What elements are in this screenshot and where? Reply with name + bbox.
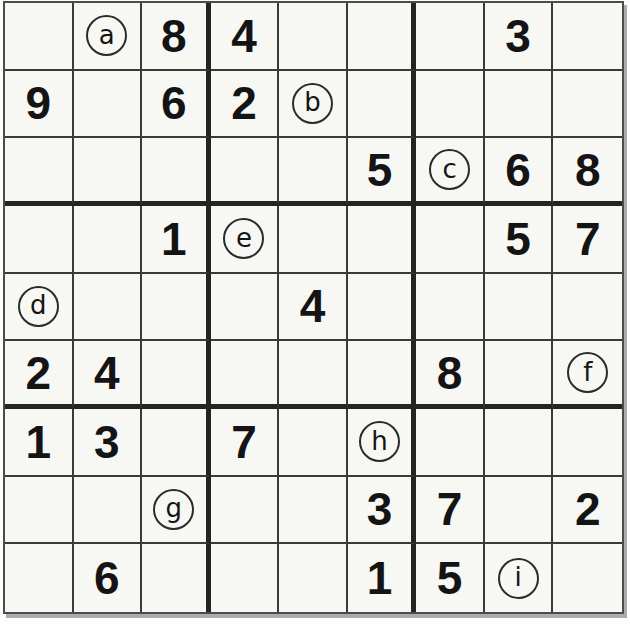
cell-r3c9[interactable]: 8 [553,138,622,206]
cell-r6c7[interactable]: 8 [416,341,485,409]
cell-r3c3[interactable] [142,138,211,206]
cell-r9c9[interactable] [553,544,622,612]
cell-r4c4[interactable]: e [211,206,280,274]
cell-r1c2[interactable]: a [74,3,143,71]
given-digit: 5 [437,555,463,601]
cell-r5c6[interactable] [348,274,417,342]
cell-r5c8[interactable] [485,274,554,342]
cell-r4c2[interactable] [74,206,143,274]
cell-r3c6[interactable]: 5 [348,138,417,206]
given-digit: 4 [300,283,326,329]
cell-r4c1[interactable] [5,206,74,274]
given-digit: 4 [231,13,257,59]
cell-r2c8[interactable] [485,71,554,139]
given-digit: 7 [231,419,257,465]
given-digit: 1 [161,216,187,262]
given-digit: 2 [231,80,257,126]
cell-r3c2[interactable] [74,138,143,206]
cell-r2c7[interactable] [416,71,485,139]
cell-r6c4[interactable] [211,341,280,409]
cell-r2c2[interactable] [74,71,143,139]
circle-letter: b [304,89,321,115]
cell-r5c3[interactable] [142,274,211,342]
given-digit: 5 [505,216,531,262]
cell-r6c5[interactable] [279,341,348,409]
cell-r4c8[interactable]: 5 [485,206,554,274]
given-digit: 1 [367,555,393,601]
cell-r9c3[interactable] [142,544,211,612]
given-digit: 2 [575,486,601,532]
given-digit: 5 [367,147,393,193]
cell-r8c4[interactable] [211,477,280,545]
cell-r8c3[interactable]: g [142,477,211,545]
cell-r6c1[interactable]: 2 [5,341,74,409]
cell-r5c7[interactable] [416,274,485,342]
circle-letter: h [371,428,387,454]
given-digit: 3 [505,13,531,59]
cell-r9c5[interactable] [279,544,348,612]
circle-letter: i [515,564,522,590]
cell-r8c1[interactable] [5,477,74,545]
given-digit: 7 [575,216,601,262]
cell-r5c2[interactable] [74,274,143,342]
cell-r3c8[interactable]: 6 [485,138,554,206]
cell-r1c7[interactable] [416,3,485,71]
given-digit: 8 [161,13,187,59]
cell-r8c8[interactable] [485,477,554,545]
cell-r3c5[interactable] [279,138,348,206]
cell-r5c4[interactable] [211,274,280,342]
cell-r4c9[interactable]: 7 [553,206,622,274]
cell-r4c5[interactable] [279,206,348,274]
cell-r8c2[interactable] [74,477,143,545]
cell-r9c2[interactable]: 6 [74,544,143,612]
cell-r6c2[interactable]: 4 [74,341,143,409]
cell-r4c3[interactable]: 1 [142,206,211,274]
cell-r3c4[interactable] [211,138,280,206]
cell-r1c5[interactable] [279,3,348,71]
cell-r7c8[interactable] [485,409,554,477]
circle-letter: e [236,225,252,251]
cell-r7c9[interactable] [553,409,622,477]
given-digit: 6 [505,147,531,193]
given-digit: 3 [367,486,393,532]
circle-letter: g [166,495,183,521]
circle-label-f: f [567,352,608,393]
cell-r7c5[interactable] [279,409,348,477]
cell-r7c3[interactable] [142,409,211,477]
cell-r2c3[interactable]: 6 [142,71,211,139]
cell-r1c4[interactable]: 4 [211,3,280,71]
cell-r6c6[interactable] [348,341,417,409]
circle-letter: a [99,22,115,48]
cell-r2c4[interactable]: 2 [211,71,280,139]
cell-r1c9[interactable] [553,3,622,71]
circle-label-d: d [18,286,59,327]
circle-letter: d [30,292,47,318]
cell-r1c1[interactable] [5,3,74,71]
cell-r7c2[interactable]: 3 [74,409,143,477]
cell-r6c9[interactable]: f [553,341,622,409]
cell-r1c8[interactable]: 3 [485,3,554,71]
cell-r2c1[interactable]: 9 [5,71,74,139]
given-digit: 7 [437,486,463,532]
circle-label-b: b [292,83,333,124]
cell-r8c6[interactable]: 3 [348,477,417,545]
cell-r1c6[interactable] [348,3,417,71]
cell-r2c9[interactable] [553,71,622,139]
given-digit: 1 [25,419,51,465]
cell-r8c5[interactable] [279,477,348,545]
circle-label-e: e [223,218,264,259]
cell-r7c4[interactable]: 7 [211,409,280,477]
cell-r2c5[interactable]: b [279,71,348,139]
cell-r4c6[interactable] [348,206,417,274]
cell-r9c6[interactable]: 1 [348,544,417,612]
cell-r7c1[interactable]: 1 [5,409,74,477]
cell-r7c6[interactable]: h [348,409,417,477]
cell-r3c1[interactable] [5,138,74,206]
circle-label-i: i [498,558,539,599]
cell-r9c4[interactable] [211,544,280,612]
cell-r6c3[interactable] [142,341,211,409]
cell-r5c5[interactable]: 4 [279,274,348,342]
circle-label-a: a [86,15,127,56]
given-digit: 4 [94,350,120,396]
cell-r2c6[interactable] [348,71,417,139]
given-digit: 6 [161,80,187,126]
circle-label-h: h [359,421,400,462]
cell-r8c7[interactable]: 7 [416,477,485,545]
cell-r5c9[interactable] [553,274,622,342]
given-digit: 8 [437,350,463,396]
sudoku-grid: a843962b5c681e57d4248f137hg372615i [5,3,622,612]
given-digit: 8 [575,147,601,193]
cell-r8c9[interactable]: 2 [553,477,622,545]
given-digit: 2 [25,350,51,396]
given-digit: 3 [94,419,120,465]
given-digit: 9 [25,80,51,126]
cell-r9c1[interactable] [5,544,74,612]
cell-r5c1[interactable]: d [5,274,74,342]
cell-r7c7[interactable] [416,409,485,477]
cell-r9c7[interactable]: 5 [416,544,485,612]
circle-label-g: g [153,489,194,530]
cell-r1c3[interactable]: 8 [142,3,211,71]
circle-letter: c [442,156,456,182]
cell-r9c8[interactable]: i [485,544,554,612]
cell-r4c7[interactable] [416,206,485,274]
circle-label-c: c [429,149,470,190]
circle-letter: f [583,359,592,385]
given-digit: 6 [94,555,120,601]
cell-r3c7[interactable]: c [416,138,485,206]
cell-r6c8[interactable] [485,341,554,409]
sudoku-board: a843962b5c681e57d4248f137hg372615i [3,1,624,614]
